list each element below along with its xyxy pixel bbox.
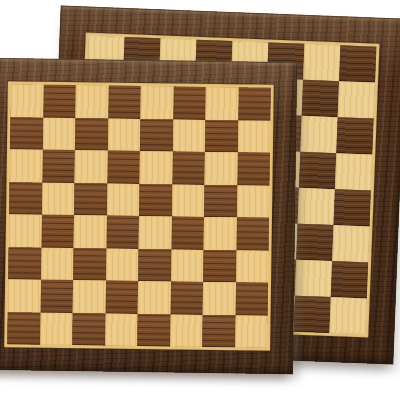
front-chessboard-square-d1 [105, 313, 138, 346]
front-chessboard-square-g1 [202, 314, 235, 347]
front-chessboard-square-e4 [139, 216, 172, 249]
front-chessboard-square-e5 [139, 184, 172, 217]
front-chessboard-square-d7 [107, 118, 140, 151]
front-chessboard [0, 58, 297, 374]
back-chessboard-square-h2 [331, 261, 368, 298]
front-chessboard-square-c1 [72, 313, 105, 346]
front-chessboard-square-g6 [204, 152, 237, 185]
front-chessboard-square-d3 [106, 248, 139, 281]
front-chessboard-square-e1 [137, 313, 170, 346]
front-chessboard-square-b2 [40, 280, 73, 313]
front-chessboard-square-a4 [9, 214, 42, 247]
front-chessboard-square-g8 [205, 87, 238, 120]
front-chessboard-square-a8 [10, 84, 43, 117]
back-chessboard-square-h1 [329, 297, 366, 334]
front-chessboard-square-f4 [171, 216, 204, 249]
front-chessboard-square-f6 [172, 151, 205, 184]
front-chessboard-square-c8 [75, 85, 108, 118]
front-chessboard-playing-field [7, 84, 271, 348]
front-chessboard-square-d2 [105, 281, 138, 314]
front-chessboard-square-h6 [237, 152, 270, 185]
front-chessboard-walnut-frame [0, 58, 297, 374]
front-chessboard-square-d4 [106, 216, 139, 249]
front-chessboard-square-b1 [40, 312, 73, 345]
front-chessboard-square-h4 [236, 217, 269, 250]
front-chessboard-square-a7 [10, 117, 43, 150]
front-chessboard-square-b6 [42, 150, 75, 183]
back-chessboard-square-h5 [335, 153, 372, 190]
back-chessboard-square-h8 [339, 45, 376, 82]
back-chessboard-square-g6 [300, 116, 337, 153]
product-photo-scene [0, 0, 400, 400]
front-chessboard-square-f5 [171, 184, 204, 217]
front-chessboard-square-b4 [41, 215, 74, 248]
front-chessboard-square-b8 [43, 85, 76, 118]
front-chessboard-square-d5 [107, 183, 140, 216]
front-chessboard-square-a3 [8, 247, 41, 280]
front-chessboard-square-g4 [204, 217, 237, 250]
back-chessboard-square-g4 [298, 188, 335, 225]
front-chessboard-square-b3 [41, 247, 74, 280]
front-chessboard-square-f2 [170, 281, 203, 314]
back-chessboard-square-h4 [334, 189, 371, 226]
front-chessboard-square-b7 [42, 117, 75, 150]
front-chessboard-square-c4 [74, 215, 107, 248]
back-chessboard-square-g3 [296, 224, 333, 261]
front-chessboard-square-a5 [9, 182, 42, 215]
front-chessboard-square-f1 [170, 314, 203, 347]
front-chessboard-square-h5 [236, 185, 269, 218]
back-chessboard-square-g8 [303, 44, 340, 81]
front-chessboard-square-e8 [140, 86, 173, 119]
front-chessboard-square-c7 [75, 118, 108, 151]
front-chessboard-square-c6 [74, 150, 107, 183]
back-chessboard-square-g2 [295, 260, 332, 297]
front-chessboard-square-e7 [140, 119, 173, 152]
front-chessboard-square-e2 [138, 281, 171, 314]
front-chessboard-square-a2 [8, 279, 41, 312]
front-chessboard-square-g3 [203, 249, 236, 282]
front-chessboard-square-c2 [73, 280, 106, 313]
front-chessboard-square-f3 [171, 249, 204, 282]
front-chessboard-square-h2 [235, 282, 268, 315]
front-chessboard-square-f7 [172, 119, 205, 152]
front-chessboard-square-g2 [203, 282, 236, 315]
front-chessboard-square-g7 [205, 119, 238, 152]
back-chessboard-square-g7 [302, 80, 339, 117]
front-chessboard-square-d6 [107, 151, 140, 184]
front-chessboard-square-d8 [108, 86, 141, 119]
front-chessboard-square-h8 [238, 87, 271, 120]
back-chessboard-square-g5 [299, 152, 336, 189]
front-chessboard-square-a6 [9, 149, 42, 182]
front-chessboard-square-h1 [235, 315, 268, 348]
front-chessboard-square-h3 [236, 250, 269, 283]
front-chessboard-square-a1 [7, 312, 40, 345]
front-chessboard-square-c5 [74, 183, 107, 216]
front-chessboard-square-f8 [173, 86, 206, 119]
front-chessboard-square-e3 [138, 248, 171, 281]
front-chessboard-square-e6 [139, 151, 172, 184]
back-chessboard-square-h6 [336, 117, 373, 154]
front-chessboard-square-h7 [237, 120, 270, 153]
back-chessboard-square-h7 [338, 81, 375, 118]
front-chessboard-square-g5 [204, 184, 237, 217]
front-chessboard-square-c3 [73, 248, 106, 281]
front-chessboard-square-b5 [42, 182, 75, 215]
back-chessboard-square-g1 [293, 296, 330, 333]
back-chessboard-square-h3 [332, 225, 369, 262]
front-chessboard-maple-pinstripe [4, 81, 274, 351]
